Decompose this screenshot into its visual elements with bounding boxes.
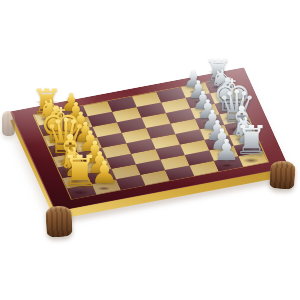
chess-board bbox=[10, 67, 289, 212]
product-photo-scene: ♜♜♟♟♞♞♟♟♝♝♟♟♟♟♚♚♜♜♟♟♟♟♛♛♞♞♟♟♟♟♝♝♝♝♟♟♟♟♞♞… bbox=[0, 0, 300, 300]
corner-foot-right bbox=[269, 160, 296, 190]
corner-foot-left bbox=[2, 111, 15, 136]
corner-foot-front bbox=[45, 205, 73, 237]
